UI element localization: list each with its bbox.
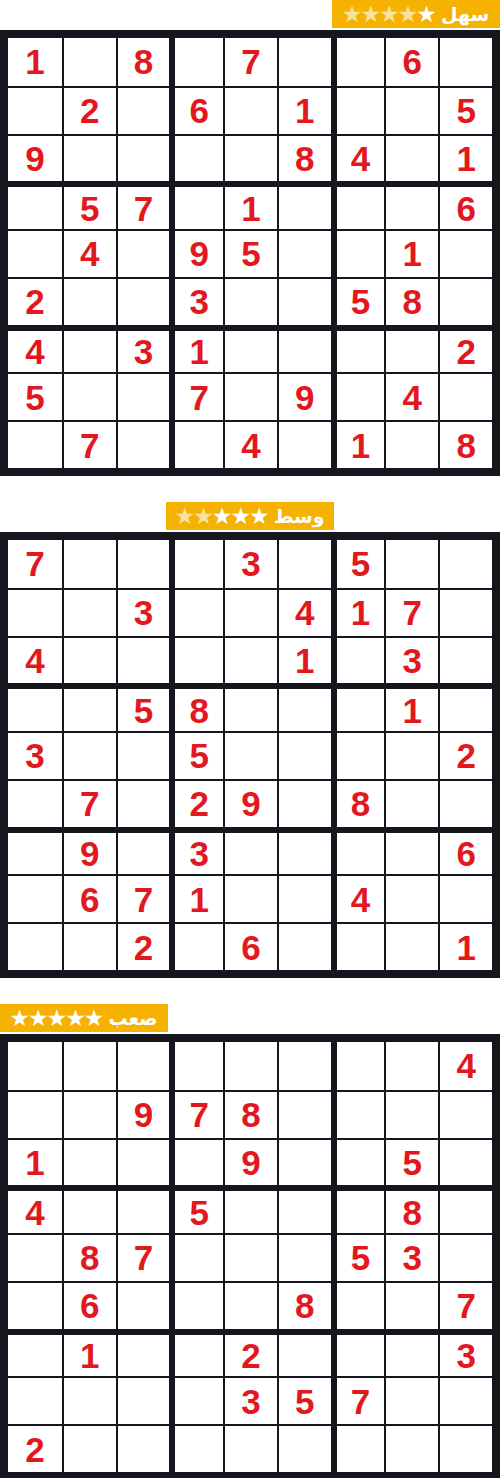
hard-cell-r8c2[interactable] <box>62 1376 116 1424</box>
difficulty-banner-easy: ★★★★★ سهل <box>332 0 500 28</box>
hard-cell-r2c6[interactable] <box>277 1090 331 1138</box>
easy-cell-r1c2[interactable] <box>62 38 116 86</box>
medium-cell-r9c1[interactable] <box>8 922 62 970</box>
easy-cell-r3c9[interactable]: 1 <box>438 134 492 182</box>
difficulty-label-hard: صعب <box>108 1009 157 1028</box>
easy-cell-r5c9[interactable] <box>438 229 492 277</box>
medium-cell-r6c7[interactable]: 8 <box>331 779 385 827</box>
star-filled-icon: ★ <box>47 1007 68 1030</box>
hard-cell-r3c8[interactable]: 5 <box>384 1138 438 1186</box>
easy-cell-r2c5[interactable] <box>223 86 277 134</box>
hard-cell-r6c7[interactable] <box>331 1281 385 1329</box>
hard-cell-r2c1[interactable] <box>8 1090 62 1138</box>
easy-cell-r8c2[interactable] <box>62 372 116 420</box>
medium-cell-r5c9[interactable]: 2 <box>438 731 492 779</box>
easy-cell-r5c3[interactable] <box>116 229 170 277</box>
easy-cell-r1c6[interactable] <box>277 38 331 86</box>
easy-cell-r5c7[interactable] <box>331 229 385 277</box>
medium-cell-r6c6[interactable] <box>277 779 331 827</box>
easy-cell-r4c7[interactable] <box>331 181 385 229</box>
easy-cell-r9c7[interactable]: 1 <box>331 420 385 468</box>
easy-cell-r7c9[interactable]: 2 <box>438 325 492 373</box>
hard-cell-r5c5[interactable] <box>223 1233 277 1281</box>
star-empty-icon: ★ <box>379 3 400 26</box>
hard-cell-r7c7[interactable] <box>331 1329 385 1377</box>
hard-cell-r6c5[interactable] <box>223 1281 277 1329</box>
easy-cell-r2c4[interactable]: 6 <box>169 86 223 134</box>
easy-cell-r4c6[interactable] <box>277 181 331 229</box>
easy-cell-r4c4[interactable] <box>169 181 223 229</box>
hard-cell-r5c3[interactable]: 7 <box>116 1233 170 1281</box>
hard-cell-r6c2[interactable]: 6 <box>62 1281 116 1329</box>
hard-cell-r2c2[interactable] <box>62 1090 116 1138</box>
easy-cell-r2c3[interactable] <box>116 86 170 134</box>
hard-cell-r3c5[interactable]: 9 <box>223 1138 277 1186</box>
easy-cell-r8c7[interactable] <box>331 372 385 420</box>
medium-cell-r7c6[interactable] <box>277 827 331 875</box>
hard-cell-r9c5[interactable] <box>223 1424 277 1472</box>
star-empty-icon: ★ <box>175 505 196 528</box>
easy-cell-r7c3[interactable]: 3 <box>116 325 170 373</box>
hard-cell-r2c7[interactable] <box>331 1090 385 1138</box>
medium-cell-r5c2[interactable] <box>62 731 116 779</box>
star-filled-icon: ★ <box>9 1007 30 1030</box>
medium-cell-r9c4[interactable] <box>169 922 223 970</box>
medium-cell-r2c1[interactable] <box>8 588 62 636</box>
hard-cell-r4c2[interactable] <box>62 1185 116 1233</box>
medium-cell-r1c9[interactable] <box>438 540 492 588</box>
easy-cell-r6c5[interactable] <box>223 277 277 325</box>
hard-cell-r6c9[interactable]: 7 <box>438 1281 492 1329</box>
hard-cell-r4c9[interactable] <box>438 1185 492 1233</box>
easy-cell-r4c5[interactable]: 1 <box>223 181 277 229</box>
hard-cell-r3c2[interactable] <box>62 1138 116 1186</box>
easy-cell-r2c7[interactable] <box>331 86 385 134</box>
hard-cell-r9c1[interactable]: 2 <box>8 1424 62 1472</box>
easy-cell-r1c7[interactable] <box>331 38 385 86</box>
hard-cell-r7c5[interactable]: 2 <box>223 1329 277 1377</box>
medium-cell-r6c2[interactable]: 7 <box>62 779 116 827</box>
hard-cell-r5c7[interactable]: 5 <box>331 1233 385 1281</box>
hard-cell-r9c6[interactable] <box>277 1424 331 1472</box>
medium-cell-r4c4[interactable]: 8 <box>169 683 223 731</box>
hard-cell-r1c1[interactable] <box>8 1042 62 1090</box>
medium-cell-r4c2[interactable] <box>62 683 116 731</box>
hard-cell-r3c7[interactable] <box>331 1138 385 1186</box>
hard-cell-r2c5[interactable]: 8 <box>223 1090 277 1138</box>
easy-cell-r9c4[interactable] <box>169 420 223 468</box>
star-rating-hard: ★★★★★ <box>10 1007 103 1030</box>
hard-cell-r4c7[interactable] <box>331 1185 385 1233</box>
easy-cell-r3c1[interactable]: 9 <box>8 134 62 182</box>
hard-cell-r8c1[interactable] <box>8 1376 62 1424</box>
easy-cell-r6c3[interactable] <box>116 277 170 325</box>
easy-cell-r3c3[interactable] <box>116 134 170 182</box>
hard-cell-r5c9[interactable] <box>438 1233 492 1281</box>
medium-cell-r8c7[interactable]: 4 <box>331 874 385 922</box>
easy-cell-r6c8[interactable]: 8 <box>384 277 438 325</box>
medium-cell-r5c7[interactable] <box>331 731 385 779</box>
medium-cell-r2c7[interactable]: 1 <box>331 588 385 636</box>
medium-cell-r4c7[interactable] <box>331 683 385 731</box>
medium-cell-r9c2[interactable] <box>62 922 116 970</box>
hard-cell-r7c8[interactable] <box>384 1329 438 1377</box>
hard-cell-r9c3[interactable] <box>116 1424 170 1472</box>
hard-cell-r5c4[interactable] <box>169 1233 223 1281</box>
easy-cell-r8c9[interactable] <box>438 372 492 420</box>
sudoku-grid-medium: 735341741358135272989366714261 <box>0 532 500 978</box>
medium-cell-r5c6[interactable] <box>277 731 331 779</box>
sudoku-grid-easy: 187626159841571649512358431257947418 <box>0 30 500 476</box>
medium-cell-r9c3[interactable]: 2 <box>116 922 170 970</box>
easy-cell-r6c1[interactable]: 2 <box>8 277 62 325</box>
medium-cell-r3c1[interactable]: 4 <box>8 636 62 684</box>
easy-cell-r6c4[interactable]: 3 <box>169 277 223 325</box>
star-empty-icon: ★ <box>342 3 363 26</box>
easy-cell-r1c5[interactable]: 7 <box>223 38 277 86</box>
medium-cell-r4c5[interactable] <box>223 683 277 731</box>
medium-cell-r2c9[interactable] <box>438 588 492 636</box>
easy-cell-r2c2[interactable]: 2 <box>62 86 116 134</box>
medium-cell-r4c8[interactable]: 1 <box>384 683 438 731</box>
medium-cell-r8c5[interactable] <box>223 874 277 922</box>
hard-cell-r2c9[interactable] <box>438 1090 492 1138</box>
star-filled-icon: ★ <box>212 505 233 528</box>
hard-cell-r8c4[interactable] <box>169 1376 223 1424</box>
hard-cell-r3c3[interactable] <box>116 1138 170 1186</box>
medium-cell-r1c7[interactable]: 5 <box>331 540 385 588</box>
easy-cell-r8c1[interactable]: 5 <box>8 372 62 420</box>
easy-cell-r7c1[interactable]: 4 <box>8 325 62 373</box>
easy-cell-r1c9[interactable] <box>438 38 492 86</box>
hard-cell-r2c8[interactable] <box>384 1090 438 1138</box>
difficulty-banner-hard: ★★★★★ صعب <box>0 1004 168 1032</box>
hard-cell-r8c8[interactable] <box>384 1376 438 1424</box>
medium-cell-r3c9[interactable] <box>438 636 492 684</box>
easy-cell-r5c2[interactable]: 4 <box>62 229 116 277</box>
easy-cell-r6c2[interactable] <box>62 277 116 325</box>
medium-cell-r1c1[interactable]: 7 <box>8 540 62 588</box>
hard-cell-r6c1[interactable] <box>8 1281 62 1329</box>
easy-cell-r8c4[interactable]: 7 <box>169 372 223 420</box>
medium-cell-r1c3[interactable] <box>116 540 170 588</box>
easy-cell-r1c4[interactable] <box>169 38 223 86</box>
medium-cell-r9c5[interactable]: 6 <box>223 922 277 970</box>
hard-cell-r7c4[interactable] <box>169 1329 223 1377</box>
star-filled-icon: ★ <box>249 505 270 528</box>
hard-cell-r9c4[interactable] <box>169 1424 223 1472</box>
hard-cell-r5c8[interactable]: 3 <box>384 1233 438 1281</box>
easy-cell-r1c8[interactable]: 6 <box>384 38 438 86</box>
hard-cell-r6c8[interactable] <box>384 1281 438 1329</box>
puzzle-medium: ★★★★★ وسط 735341741358135272989366714261 <box>0 502 500 978</box>
hard-cell-r9c7[interactable] <box>331 1424 385 1472</box>
medium-cell-r1c2[interactable] <box>62 540 116 588</box>
easy-cell-r7c2[interactable] <box>62 325 116 373</box>
medium-cell-r8c9[interactable] <box>438 874 492 922</box>
easy-cell-r4c3[interactable]: 7 <box>116 181 170 229</box>
medium-cell-r3c2[interactable] <box>62 636 116 684</box>
hard-cell-r1c9[interactable]: 4 <box>438 1042 492 1090</box>
medium-cell-r9c9[interactable]: 1 <box>438 922 492 970</box>
hard-cell-r5c1[interactable] <box>8 1233 62 1281</box>
medium-cell-r2c8[interactable]: 7 <box>384 588 438 636</box>
hard-cell-r4c5[interactable] <box>223 1185 277 1233</box>
medium-cell-r6c4[interactable]: 2 <box>169 779 223 827</box>
easy-cell-r7c8[interactable] <box>384 325 438 373</box>
hard-cell-r5c2[interactable]: 8 <box>62 1233 116 1281</box>
difficulty-banner-medium: ★★★★★ وسط <box>166 502 334 530</box>
medium-cell-r6c8[interactable] <box>384 779 438 827</box>
medium-cell-r4c6[interactable] <box>277 683 331 731</box>
medium-cell-r6c5[interactable]: 9 <box>223 779 277 827</box>
easy-cell-r8c5[interactable] <box>223 372 277 420</box>
medium-cell-r9c6[interactable] <box>277 922 331 970</box>
easy-cell-r3c7[interactable]: 4 <box>331 134 385 182</box>
easy-cell-r2c8[interactable] <box>384 86 438 134</box>
easy-cell-r4c9[interactable]: 6 <box>438 181 492 229</box>
easy-cell-r2c6[interactable]: 1 <box>277 86 331 134</box>
hard-cell-r2c3[interactable]: 9 <box>116 1090 170 1138</box>
medium-cell-r6c9[interactable] <box>438 779 492 827</box>
hard-cell-r3c6[interactable] <box>277 1138 331 1186</box>
easy-cell-r5c8[interactable]: 1 <box>384 229 438 277</box>
medium-cell-r7c5[interactable] <box>223 827 277 875</box>
hard-cell-r7c6[interactable] <box>277 1329 331 1377</box>
easy-cell-r9c3[interactable] <box>116 420 170 468</box>
easy-cell-r4c1[interactable] <box>8 181 62 229</box>
medium-cell-r8c3[interactable]: 7 <box>116 874 170 922</box>
hard-cell-r1c5[interactable] <box>223 1042 277 1090</box>
easy-cell-r9c6[interactable] <box>277 420 331 468</box>
medium-cell-r4c3[interactable]: 5 <box>116 683 170 731</box>
medium-cell-r7c4[interactable]: 3 <box>169 827 223 875</box>
easy-cell-r9c5[interactable]: 4 <box>223 420 277 468</box>
medium-cell-r9c7[interactable] <box>331 922 385 970</box>
hard-cell-r7c9[interactable]: 3 <box>438 1329 492 1377</box>
easy-cell-r7c7[interactable] <box>331 325 385 373</box>
easy-cell-r3c8[interactable] <box>384 134 438 182</box>
easy-cell-r5c4[interactable]: 9 <box>169 229 223 277</box>
puzzle-hard: ★★★★★ صعب 497819545887536871233572 <box>0 1004 500 1478</box>
easy-cell-r9c2[interactable]: 7 <box>62 420 116 468</box>
medium-cell-r7c1[interactable] <box>8 827 62 875</box>
hard-cell-r3c1[interactable]: 1 <box>8 1138 62 1186</box>
easy-cell-r3c5[interactable] <box>223 134 277 182</box>
easy-cell-r5c5[interactable]: 5 <box>223 229 277 277</box>
medium-cell-r2c3[interactable]: 3 <box>116 588 170 636</box>
hard-cell-r9c2[interactable] <box>62 1424 116 1472</box>
medium-cell-r7c3[interactable] <box>116 827 170 875</box>
easy-cell-r9c1[interactable] <box>8 420 62 468</box>
hard-cell-r7c3[interactable] <box>116 1329 170 1377</box>
star-rating-easy: ★★★★★ <box>343 3 436 26</box>
hard-cell-r4c8[interactable]: 8 <box>384 1185 438 1233</box>
medium-cell-r3c8[interactable]: 3 <box>384 636 438 684</box>
star-filled-icon: ★ <box>65 1007 86 1030</box>
easy-cell-r3c4[interactable] <box>169 134 223 182</box>
easy-cell-r3c2[interactable] <box>62 134 116 182</box>
hard-cell-r1c8[interactable] <box>384 1042 438 1090</box>
medium-cell-r8c4[interactable]: 1 <box>169 874 223 922</box>
hard-cell-r1c7[interactable] <box>331 1042 385 1090</box>
easy-cell-r6c7[interactable]: 5 <box>331 277 385 325</box>
hard-cell-r6c6[interactable]: 8 <box>277 1281 331 1329</box>
hard-cell-r1c6[interactable] <box>277 1042 331 1090</box>
medium-cell-r4c9[interactable] <box>438 683 492 731</box>
hard-cell-r4c4[interactable]: 5 <box>169 1185 223 1233</box>
hard-cell-r6c4[interactable] <box>169 1281 223 1329</box>
hard-cell-r1c3[interactable] <box>116 1042 170 1090</box>
hard-cell-r9c8[interactable] <box>384 1424 438 1472</box>
easy-cell-r8c6[interactable]: 9 <box>277 372 331 420</box>
medium-cell-r5c8[interactable] <box>384 731 438 779</box>
sudoku-grid-hard: 497819545887536871233572 <box>0 1034 500 1478</box>
hard-cell-r7c1[interactable] <box>8 1329 62 1377</box>
medium-cell-r7c2[interactable]: 9 <box>62 827 116 875</box>
sudoku-page: ★★★★★ سهل 187626159841571649512358431257… <box>0 0 500 1478</box>
hard-cell-r4c1[interactable]: 4 <box>8 1185 62 1233</box>
medium-cell-r1c8[interactable] <box>384 540 438 588</box>
easy-cell-r2c1[interactable] <box>8 86 62 134</box>
easy-cell-r5c6[interactable] <box>277 229 331 277</box>
hard-cell-r1c2[interactable] <box>62 1042 116 1090</box>
easy-cell-r2c9[interactable]: 5 <box>438 86 492 134</box>
medium-cell-r2c6[interactable]: 4 <box>277 588 331 636</box>
medium-cell-r1c4[interactable] <box>169 540 223 588</box>
easy-cell-r7c4[interactable]: 1 <box>169 325 223 373</box>
easy-cell-r4c8[interactable] <box>384 181 438 229</box>
hard-cell-r7c2[interactable]: 1 <box>62 1329 116 1377</box>
medium-cell-r8c6[interactable] <box>277 874 331 922</box>
easy-cell-r7c6[interactable] <box>277 325 331 373</box>
medium-cell-r8c8[interactable] <box>384 874 438 922</box>
hard-cell-r8c9[interactable] <box>438 1376 492 1424</box>
hard-cell-r8c5[interactable]: 3 <box>223 1376 277 1424</box>
easy-cell-r6c9[interactable] <box>438 277 492 325</box>
hard-cell-r4c3[interactable] <box>116 1185 170 1233</box>
star-filled-icon: ★ <box>230 505 251 528</box>
hard-cell-r9c9[interactable] <box>438 1424 492 1472</box>
star-empty-icon: ★ <box>398 3 419 26</box>
medium-cell-r3c3[interactable] <box>116 636 170 684</box>
medium-cell-r4c1[interactable] <box>8 683 62 731</box>
medium-cell-r5c1[interactable]: 3 <box>8 731 62 779</box>
hard-cell-r3c4[interactable] <box>169 1138 223 1186</box>
easy-cell-r7c5[interactable] <box>223 325 277 373</box>
easy-cell-r9c9[interactable]: 8 <box>438 420 492 468</box>
medium-cell-r8c2[interactable]: 6 <box>62 874 116 922</box>
hard-cell-r5c6[interactable] <box>277 1233 331 1281</box>
easy-cell-r3c6[interactable]: 8 <box>277 134 331 182</box>
hard-cell-r8c6[interactable]: 5 <box>277 1376 331 1424</box>
medium-cell-r3c6[interactable]: 1 <box>277 636 331 684</box>
easy-cell-r8c8[interactable]: 4 <box>384 372 438 420</box>
medium-cell-r7c7[interactable] <box>331 827 385 875</box>
hard-cell-r8c3[interactable] <box>116 1376 170 1424</box>
medium-cell-r6c3[interactable] <box>116 779 170 827</box>
star-empty-icon: ★ <box>193 505 214 528</box>
puzzle-easy: ★★★★★ سهل 187626159841571649512358431257… <box>0 0 500 476</box>
medium-cell-r7c9[interactable]: 6 <box>438 827 492 875</box>
hard-cell-r2c4[interactable]: 7 <box>169 1090 223 1138</box>
medium-cell-r2c4[interactable] <box>169 588 223 636</box>
medium-cell-r3c5[interactable] <box>223 636 277 684</box>
easy-cell-r4c2[interactable]: 5 <box>62 181 116 229</box>
medium-cell-r1c5[interactable]: 3 <box>223 540 277 588</box>
medium-cell-r2c2[interactable] <box>62 588 116 636</box>
medium-cell-r3c4[interactable] <box>169 636 223 684</box>
difficulty-label-easy: سهل <box>441 5 489 24</box>
easy-cell-r1c3[interactable]: 8 <box>116 38 170 86</box>
hard-cell-r1c4[interactable] <box>169 1042 223 1090</box>
medium-cell-r2c5[interactable] <box>223 588 277 636</box>
medium-cell-r1c6[interactable] <box>277 540 331 588</box>
hard-cell-r3c9[interactable] <box>438 1138 492 1186</box>
medium-cell-r7c8[interactable] <box>384 827 438 875</box>
medium-cell-r8c1[interactable] <box>8 874 62 922</box>
medium-cell-r5c4[interactable]: 5 <box>169 731 223 779</box>
easy-cell-r8c3[interactable] <box>116 372 170 420</box>
easy-cell-r5c1[interactable] <box>8 229 62 277</box>
easy-cell-r6c6[interactable] <box>277 277 331 325</box>
easy-cell-r9c8[interactable] <box>384 420 438 468</box>
hard-cell-r8c7[interactable]: 7 <box>331 1376 385 1424</box>
medium-cell-r5c3[interactable] <box>116 731 170 779</box>
medium-cell-r3c7[interactable] <box>331 636 385 684</box>
star-filled-icon: ★ <box>416 3 437 26</box>
star-rating-medium: ★★★★★ <box>176 505 269 528</box>
star-filled-icon: ★ <box>84 1007 105 1030</box>
star-empty-icon: ★ <box>360 3 381 26</box>
easy-cell-r1c1[interactable]: 1 <box>8 38 62 86</box>
difficulty-label-medium: وسط <box>274 507 325 526</box>
hard-cell-r4c6[interactable] <box>277 1185 331 1233</box>
hard-cell-r6c3[interactable] <box>116 1281 170 1329</box>
medium-cell-r9c8[interactable] <box>384 922 438 970</box>
star-filled-icon: ★ <box>28 1007 49 1030</box>
medium-cell-r5c5[interactable] <box>223 731 277 779</box>
medium-cell-r6c1[interactable] <box>8 779 62 827</box>
